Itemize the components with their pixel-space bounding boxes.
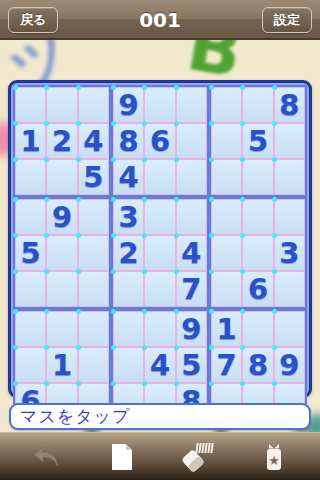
cell-r3c4[interactable]: 4 bbox=[113, 159, 144, 195]
cell-r7c2[interactable] bbox=[46, 311, 77, 347]
cell-r5c7[interactable] bbox=[211, 235, 242, 271]
cell-r2c4[interactable]: 8 bbox=[113, 123, 144, 159]
cell-r6c9[interactable] bbox=[274, 271, 305, 307]
cell-r6c2[interactable] bbox=[46, 271, 77, 307]
cell-r3c9[interactable] bbox=[274, 159, 305, 195]
cell-r5c3[interactable] bbox=[78, 235, 109, 271]
cell-r3c8[interactable] bbox=[242, 159, 273, 195]
cell-r4c6[interactable] bbox=[176, 199, 207, 235]
undo-arrow-icon bbox=[31, 444, 61, 470]
cell-r7c6[interactable]: 9 bbox=[176, 311, 207, 347]
cell-r4c3[interactable] bbox=[78, 199, 109, 235]
block-1-2: 9864 bbox=[111, 85, 209, 197]
block-2-1: 95 bbox=[13, 197, 111, 309]
cell-r5c2[interactable] bbox=[46, 235, 77, 271]
cell-r7c3[interactable] bbox=[78, 311, 109, 347]
cell-r7c5[interactable] bbox=[144, 311, 175, 347]
cell-r1c1[interactable] bbox=[15, 87, 46, 123]
cell-r3c3[interactable]: 5 bbox=[78, 159, 109, 195]
cell-r5c5[interactable] bbox=[144, 235, 175, 271]
cell-r8c7[interactable]: 7 bbox=[211, 347, 242, 383]
cell-r6c6[interactable]: 7 bbox=[176, 271, 207, 307]
cell-r3c6[interactable] bbox=[176, 159, 207, 195]
cell-r8c5[interactable]: 4 bbox=[144, 347, 175, 383]
eraser-icon bbox=[181, 441, 215, 473]
cell-r8c3[interactable] bbox=[78, 347, 109, 383]
cell-r4c1[interactable] bbox=[15, 199, 46, 235]
erase-button[interactable] bbox=[178, 437, 218, 477]
cell-r5c9[interactable]: 3 bbox=[274, 235, 305, 271]
cell-r3c7[interactable] bbox=[211, 159, 242, 195]
cell-r4c9[interactable] bbox=[274, 199, 305, 235]
cell-r4c7[interactable] bbox=[211, 199, 242, 235]
cell-r3c1[interactable] bbox=[15, 159, 46, 195]
bottom-toolbar: ★ bbox=[0, 432, 320, 480]
star-tag-icon: ★ bbox=[260, 441, 288, 473]
cell-r2c3[interactable]: 4 bbox=[78, 123, 109, 159]
cell-r6c4[interactable] bbox=[113, 271, 144, 307]
cell-r2c6[interactable] bbox=[176, 123, 207, 159]
cell-r1c8[interactable] bbox=[242, 87, 273, 123]
cell-r7c7[interactable]: 1 bbox=[211, 311, 242, 347]
cell-r3c5[interactable] bbox=[144, 159, 175, 195]
cell-r2c9[interactable] bbox=[274, 123, 305, 159]
block-2-3: 36 bbox=[209, 197, 307, 309]
svg-text:★: ★ bbox=[268, 453, 280, 468]
cell-r1c7[interactable] bbox=[211, 87, 242, 123]
cell-r7c8[interactable] bbox=[242, 311, 273, 347]
cell-r8c8[interactable]: 8 bbox=[242, 347, 273, 383]
cell-r6c7[interactable] bbox=[211, 271, 242, 307]
cell-r8c6[interactable]: 5 bbox=[176, 347, 207, 383]
cell-r5c8[interactable] bbox=[242, 235, 273, 271]
cell-r6c8[interactable]: 6 bbox=[242, 271, 273, 307]
undo-button[interactable] bbox=[26, 437, 66, 477]
cell-r4c4[interactable]: 3 bbox=[113, 199, 144, 235]
cell-r1c3[interactable] bbox=[78, 87, 109, 123]
new-game-button[interactable] bbox=[102, 437, 142, 477]
cell-r2c2[interactable]: 2 bbox=[46, 123, 77, 159]
settings-button[interactable]: 設定 bbox=[262, 7, 312, 33]
cell-r8c9[interactable]: 9 bbox=[274, 347, 305, 383]
cell-r1c4[interactable]: 9 bbox=[113, 87, 144, 123]
cell-r6c1[interactable] bbox=[15, 271, 46, 307]
cell-r5c4[interactable]: 2 bbox=[113, 235, 144, 271]
cell-r1c5[interactable] bbox=[144, 87, 175, 123]
check-button[interactable]: ★ bbox=[254, 437, 294, 477]
cell-r4c8[interactable] bbox=[242, 199, 273, 235]
cell-r8c4[interactable] bbox=[113, 347, 144, 383]
block-2-2: 3247 bbox=[111, 197, 209, 309]
navigation-bar: 戻る 001 設定 bbox=[0, 0, 320, 40]
cell-r2c1[interactable]: 1 bbox=[15, 123, 46, 159]
cell-r8c1[interactable] bbox=[15, 347, 46, 383]
cell-r1c2[interactable] bbox=[46, 87, 77, 123]
block-1-1: 1245 bbox=[13, 85, 111, 197]
sudoku-board: 1245986485953247361694581789 bbox=[8, 80, 312, 398]
cell-r5c1[interactable]: 5 bbox=[15, 235, 46, 271]
cell-r3c2[interactable] bbox=[46, 159, 77, 195]
cell-r6c3[interactable] bbox=[78, 271, 109, 307]
cell-r4c2[interactable]: 9 bbox=[46, 199, 77, 235]
cell-r1c6[interactable] bbox=[176, 87, 207, 123]
cell-r2c8[interactable]: 5 bbox=[242, 123, 273, 159]
document-page-icon bbox=[109, 442, 135, 472]
cell-r2c5[interactable]: 6 bbox=[144, 123, 175, 159]
cell-r5c6[interactable]: 4 bbox=[176, 235, 207, 271]
cell-r7c9[interactable] bbox=[274, 311, 305, 347]
cell-r7c1[interactable] bbox=[15, 311, 46, 347]
cell-r1c9[interactable]: 8 bbox=[274, 87, 305, 123]
block-1-3: 85 bbox=[209, 85, 307, 197]
cell-r2c7[interactable] bbox=[211, 123, 242, 159]
status-message-bar: マスをタップ bbox=[9, 403, 311, 430]
cell-r7c4[interactable] bbox=[113, 311, 144, 347]
cell-r4c5[interactable] bbox=[144, 199, 175, 235]
cell-r8c2[interactable]: 1 bbox=[46, 347, 77, 383]
cell-r6c5[interactable] bbox=[144, 271, 175, 307]
